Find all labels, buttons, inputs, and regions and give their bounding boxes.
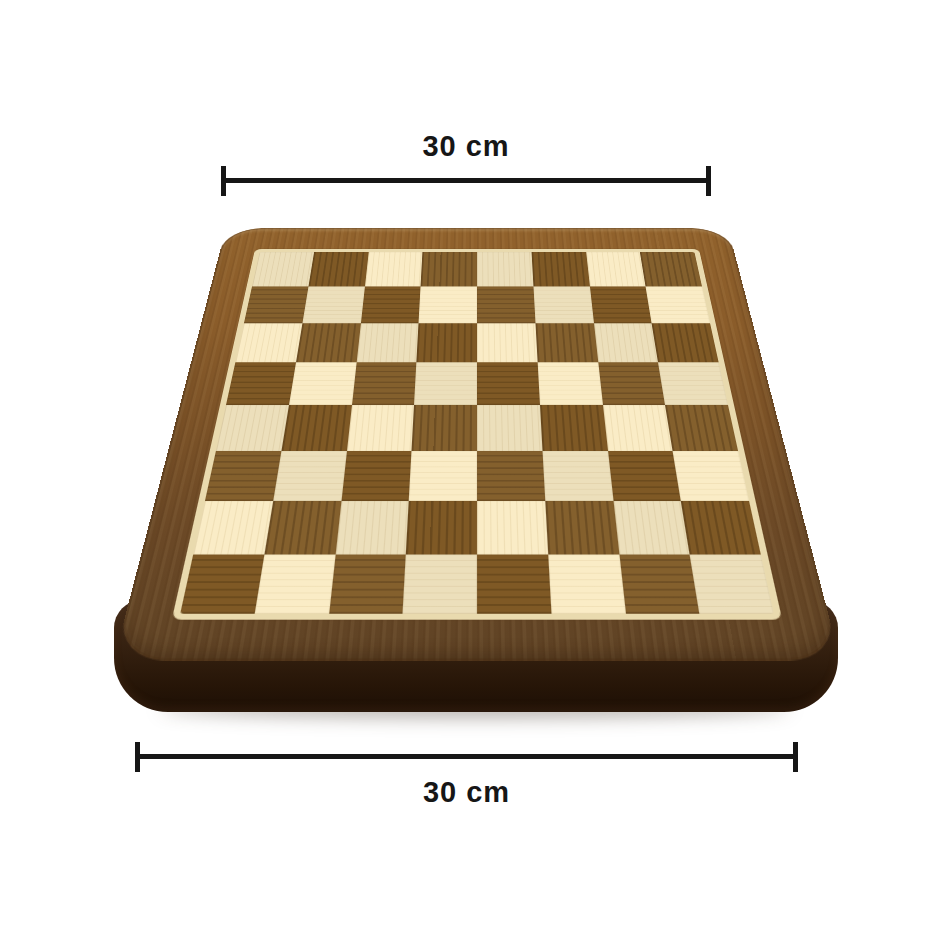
square-c2	[335, 501, 409, 555]
square-g8	[586, 252, 646, 286]
square-a1	[180, 555, 264, 614]
square-e5	[477, 363, 540, 405]
square-a2	[193, 501, 273, 555]
square-b7	[302, 286, 364, 323]
square-e7	[477, 286, 535, 323]
square-b3	[273, 451, 346, 501]
square-d1	[403, 555, 477, 614]
top-dimension-label: 30 cm	[221, 132, 711, 161]
square-b8	[308, 252, 368, 286]
square-f4	[540, 405, 608, 451]
square-e8	[477, 252, 533, 286]
square-c8	[365, 252, 423, 286]
bottom-dimension-annotation: 30 cm	[135, 742, 798, 772]
square-g3	[608, 451, 681, 501]
square-g4	[603, 405, 673, 451]
top-dimension-line	[221, 178, 711, 183]
square-c4	[346, 405, 414, 451]
square-g2	[613, 501, 690, 555]
top-dimension-annotation: 30 cm	[221, 166, 711, 196]
square-f5	[537, 363, 602, 405]
square-f3	[542, 451, 613, 501]
square-h3	[673, 451, 749, 501]
square-f2	[545, 501, 619, 555]
square-e6	[477, 323, 537, 362]
square-a8	[252, 252, 314, 286]
square-b2	[264, 501, 341, 555]
square-g6	[594, 323, 659, 362]
square-g5	[598, 363, 665, 405]
square-e4	[477, 405, 542, 451]
square-a4	[216, 405, 289, 451]
square-d2	[406, 501, 477, 555]
square-c6	[356, 323, 419, 362]
square-d5	[414, 363, 477, 405]
square-a5	[226, 363, 296, 405]
square-d3	[409, 451, 477, 501]
board-frame	[114, 228, 841, 660]
square-b1	[254, 555, 335, 614]
bottom-dimension-label: 30 cm	[135, 778, 798, 807]
board-grid	[180, 252, 774, 614]
top-dimension-tick-right	[706, 166, 711, 196]
square-b4	[281, 405, 351, 451]
square-a6	[235, 323, 302, 362]
square-d6	[417, 323, 477, 362]
square-d7	[419, 286, 477, 323]
square-h5	[658, 363, 728, 405]
square-d4	[412, 405, 477, 451]
square-d8	[421, 252, 477, 286]
square-a7	[244, 286, 308, 323]
square-f1	[548, 555, 625, 614]
square-h1	[690, 555, 774, 614]
square-g1	[619, 555, 700, 614]
square-e3	[477, 451, 545, 501]
square-g7	[589, 286, 651, 323]
bottom-dimension-tick-right	[793, 742, 798, 772]
product-photo-stage: 30 cm 30 cm	[0, 0, 950, 950]
square-h2	[681, 501, 761, 555]
square-f8	[531, 252, 589, 286]
square-c7	[360, 286, 420, 323]
square-b6	[296, 323, 361, 362]
square-e1	[477, 555, 551, 614]
square-b5	[289, 363, 356, 405]
square-c3	[341, 451, 412, 501]
chess-board	[114, 228, 841, 660]
square-f7	[533, 286, 593, 323]
square-h8	[640, 252, 702, 286]
square-f6	[535, 323, 598, 362]
square-a3	[205, 451, 281, 501]
square-h6	[652, 323, 719, 362]
square-h4	[665, 405, 738, 451]
square-c1	[329, 555, 406, 614]
square-e2	[477, 501, 548, 555]
square-c5	[352, 363, 417, 405]
bottom-dimension-line	[135, 754, 798, 759]
square-h7	[646, 286, 710, 323]
